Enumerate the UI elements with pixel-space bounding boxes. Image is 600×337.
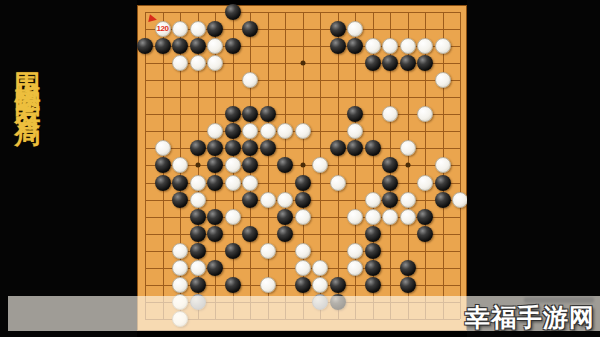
stone-black — [382, 175, 398, 191]
stone-white — [172, 277, 188, 293]
stone-black — [207, 157, 223, 173]
stone-black — [330, 140, 346, 156]
stone-black — [242, 106, 258, 122]
stone-white — [330, 175, 346, 191]
stone-black — [365, 226, 381, 242]
stone-black — [225, 277, 241, 293]
stone-black — [365, 140, 381, 156]
stone-black — [295, 277, 311, 293]
stone-white — [207, 123, 223, 139]
stone-white — [172, 55, 188, 71]
stone-white — [382, 209, 398, 225]
stone-white — [172, 260, 188, 276]
stone-white — [312, 157, 328, 173]
stone-white — [295, 243, 311, 259]
watermark-text: 幸福手游网 — [465, 301, 595, 334]
star-point — [300, 163, 305, 168]
last-move-marker-icon — [148, 14, 157, 23]
stone-black — [365, 277, 381, 293]
star-point — [405, 163, 410, 168]
stone-white — [260, 192, 276, 208]
stone-black — [382, 192, 398, 208]
stone-black — [382, 55, 398, 71]
stone-white — [225, 175, 241, 191]
stone-white — [172, 243, 188, 259]
stone-black — [400, 260, 416, 276]
stone-black — [207, 175, 223, 191]
grid-line-v — [460, 12, 461, 319]
stone-black — [417, 55, 433, 71]
stone-white — [365, 38, 381, 54]
stone-black — [435, 175, 451, 191]
stone-white — [190, 55, 206, 71]
stone-black — [225, 140, 241, 156]
stone-white — [190, 21, 206, 37]
stone-black — [330, 277, 346, 293]
stone-black — [400, 55, 416, 71]
stone-white — [295, 123, 311, 139]
stone-white — [295, 260, 311, 276]
stone-white — [347, 243, 363, 259]
stone-black — [347, 140, 363, 156]
stone-white — [277, 192, 293, 208]
stone-black — [417, 209, 433, 225]
stone-black — [400, 277, 416, 293]
stone-black — [277, 209, 293, 225]
stone-black — [330, 38, 346, 54]
stone-white — [190, 260, 206, 276]
stone-white — [225, 209, 241, 225]
stone-white — [365, 209, 381, 225]
stone-white — [172, 157, 188, 173]
stone-white — [435, 157, 451, 173]
stone-black — [365, 260, 381, 276]
stone-black — [207, 260, 223, 276]
stone-black — [277, 157, 293, 173]
stone-white — [260, 277, 276, 293]
stone-white — [277, 123, 293, 139]
star-point — [195, 163, 200, 168]
banner-title: 围棋圈友对局 — [11, 52, 45, 112]
move-number-label: 120 — [157, 25, 169, 33]
stone-black — [225, 243, 241, 259]
stone-white — [155, 140, 171, 156]
stone-white — [207, 38, 223, 54]
stone-black — [242, 157, 258, 173]
stone-black — [417, 226, 433, 242]
stone-white — [347, 209, 363, 225]
stone-white — [260, 243, 276, 259]
stone-black — [242, 140, 258, 156]
stone-black — [155, 175, 171, 191]
stone-black — [155, 38, 171, 54]
stone-white — [190, 192, 206, 208]
stone-black — [190, 226, 206, 242]
stone-black — [242, 21, 258, 37]
stone-white — [260, 123, 276, 139]
stone-white — [365, 192, 381, 208]
stone-black — [190, 277, 206, 293]
stone-white — [347, 260, 363, 276]
stone-black — [382, 157, 398, 173]
stone-white — [347, 21, 363, 37]
stone-black — [242, 226, 258, 242]
stone-black — [260, 106, 276, 122]
stone-white — [400, 140, 416, 156]
stone-black — [347, 106, 363, 122]
stone-black — [207, 140, 223, 156]
stone-black — [207, 209, 223, 225]
stone-black — [190, 140, 206, 156]
stone-white — [382, 38, 398, 54]
stone-white — [312, 277, 328, 293]
stone-black — [172, 38, 188, 54]
stone-white — [312, 260, 328, 276]
stone-white — [382, 106, 398, 122]
stone-black — [242, 192, 258, 208]
stone-black — [365, 55, 381, 71]
stone-black — [207, 226, 223, 242]
stone-black — [137, 38, 153, 54]
stone-white — [190, 175, 206, 191]
stone-black — [225, 4, 241, 20]
stone-black — [190, 38, 206, 54]
stone-black — [207, 21, 223, 37]
stone-black — [260, 140, 276, 156]
stone-black — [225, 38, 241, 54]
star-point — [300, 61, 305, 66]
stone-white — [435, 72, 451, 88]
stone-white — [417, 38, 433, 54]
right-margin — [467, 0, 600, 337]
stone-black — [172, 192, 188, 208]
stone-white — [242, 72, 258, 88]
stone-white — [417, 106, 433, 122]
side-banner: 围棋圈友对局 — [0, 0, 137, 337]
stone-black — [155, 157, 171, 173]
stone-white — [417, 175, 433, 191]
stone-black — [172, 175, 188, 191]
stone-white — [400, 192, 416, 208]
stone-black — [365, 243, 381, 259]
stone-white — [452, 192, 468, 208]
stone-black — [190, 243, 206, 259]
stone-white — [207, 55, 223, 71]
stone-white — [172, 21, 188, 37]
stone-black — [295, 175, 311, 191]
stone-black — [330, 21, 346, 37]
stone-white — [400, 38, 416, 54]
stone-black — [225, 106, 241, 122]
stone-white — [295, 209, 311, 225]
stone-white — [400, 209, 416, 225]
stone-black — [225, 123, 241, 139]
stone-black — [347, 38, 363, 54]
stone-white: 120 — [155, 21, 171, 37]
stone-black — [277, 226, 293, 242]
stone-white — [225, 157, 241, 173]
stone-black — [190, 209, 206, 225]
stone-white — [435, 38, 451, 54]
stone-white — [242, 175, 258, 191]
grid-line-v — [338, 12, 339, 319]
stone-black — [295, 192, 311, 208]
stone-white — [242, 123, 258, 139]
stone-black — [435, 192, 451, 208]
go-board[interactable]: 120 — [137, 5, 467, 331]
stone-white — [347, 123, 363, 139]
